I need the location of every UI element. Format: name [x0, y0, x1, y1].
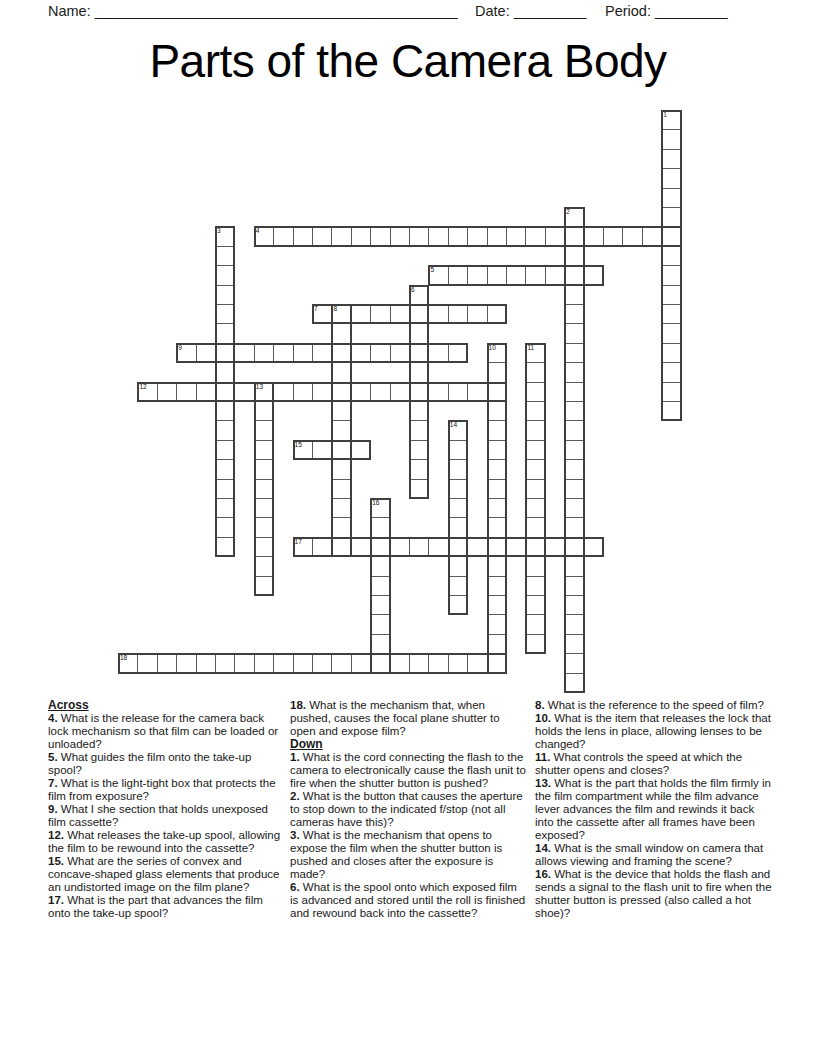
grid-cell[interactable] — [409, 459, 429, 479]
grid-cell[interactable] — [448, 459, 468, 479]
grid-cell[interactable] — [215, 401, 235, 421]
grid-cell[interactable] — [448, 556, 468, 576]
clue-item-13: 13. What is the part that holds the film… — [535, 777, 773, 842]
grid-cell[interactable] — [564, 362, 584, 382]
crossword-grid: 123456789101112131415161718 — [118, 110, 682, 693]
grid-cell[interactable] — [196, 382, 216, 402]
grid-cell[interactable] — [525, 362, 545, 382]
clue-item-3: 3. What is the mechanism that opens to e… — [290, 829, 527, 881]
grid-cell[interactable] — [331, 323, 351, 343]
grid-cell[interactable] — [370, 343, 390, 363]
name-label: Name: — [48, 3, 91, 19]
grid-cell[interactable] — [351, 226, 371, 246]
clue-item-number: 1. — [290, 751, 303, 763]
grid-cell[interactable] — [370, 614, 390, 634]
grid-cell[interactable] — [487, 304, 507, 324]
grid-cell[interactable] — [448, 537, 468, 557]
grid-cell[interactable] — [564, 246, 584, 266]
grid-cell[interactable] — [525, 401, 545, 421]
grid-cell[interactable] — [370, 595, 390, 615]
clue-item-number: 9. — [48, 803, 61, 815]
grid-cell[interactable] — [390, 653, 410, 673]
worksheet-page: Name: __________________________________… — [0, 0, 816, 1056]
grid-cell[interactable] — [564, 459, 584, 479]
grid-cell[interactable] — [487, 362, 507, 382]
grid-cell[interactable] — [293, 440, 313, 460]
clue-section-header-down: Down — [290, 738, 527, 751]
grid-cell[interactable] — [331, 226, 351, 246]
grid-cell[interactable] — [370, 226, 390, 246]
grid-cell[interactable] — [661, 304, 681, 324]
grid-cell[interactable] — [234, 653, 254, 673]
grid-cell[interactable] — [584, 226, 604, 246]
grid-cell[interactable] — [448, 479, 468, 499]
grid-cell[interactable] — [564, 382, 584, 402]
grid-cell[interactable] — [525, 459, 545, 479]
grid-cell[interactable] — [273, 382, 293, 402]
grid-cell[interactable] — [137, 653, 157, 673]
grid-cell[interactable] — [525, 595, 545, 615]
grid-cell[interactable] — [564, 401, 584, 421]
grid-cell[interactable] — [331, 382, 351, 402]
grid-cell[interactable] — [661, 207, 681, 227]
clue-item-12: 12. What releases the take-up spool, all… — [48, 829, 285, 855]
grid-cell[interactable] — [564, 498, 584, 518]
grid-cell[interactable] — [564, 479, 584, 499]
grid-cell[interactable] — [564, 673, 584, 693]
grid-cell[interactable] — [409, 362, 429, 382]
grid-cell[interactable] — [564, 653, 584, 673]
grid-cell[interactable] — [331, 479, 351, 499]
grid-cell[interactable] — [254, 653, 274, 673]
clue-item-11: 11. What controls the speed at which the… — [535, 751, 773, 777]
grid-cell[interactable] — [254, 420, 274, 440]
grid-cell[interactable] — [331, 401, 351, 421]
grid-cell[interactable] — [661, 129, 681, 149]
grid-cell[interactable] — [487, 479, 507, 499]
grid-cell[interactable] — [409, 323, 429, 343]
clue-item-number: 13. — [535, 777, 554, 789]
grid-cell[interactable] — [176, 382, 196, 402]
grid-cell[interactable] — [487, 498, 507, 518]
grid-cell[interactable] — [331, 362, 351, 382]
period-field: Period: _________ — [605, 3, 728, 19]
clue-item-18: 18. What is the mechanism that, when pus… — [290, 699, 527, 738]
clue-item-number: 7. — [48, 777, 61, 789]
date-label: Date: — [475, 3, 510, 19]
grid-cell[interactable] — [584, 537, 604, 557]
grid-cell[interactable] — [661, 265, 681, 285]
grid-cell[interactable] — [487, 265, 507, 285]
grid-cell[interactable] — [428, 304, 448, 324]
grid-cell[interactable] — [564, 343, 584, 363]
grid-cell[interactable] — [487, 343, 507, 363]
clue-item-number: 12. — [48, 829, 67, 841]
grid-cell[interactable] — [525, 226, 545, 246]
clue-item-16: 16. What is the device that holds the fl… — [535, 868, 773, 920]
clue-item-5: 5. What guides the film onto the take-up… — [48, 751, 285, 777]
grid-cell[interactable] — [448, 265, 468, 285]
grid-cell[interactable] — [448, 440, 468, 460]
grid-cell[interactable] — [448, 304, 468, 324]
grid-cell[interactable] — [448, 595, 468, 615]
grid-cell[interactable] — [254, 479, 274, 499]
grid-cell[interactable] — [487, 226, 507, 246]
grid-cell[interactable] — [506, 537, 526, 557]
grid-cell[interactable] — [254, 576, 274, 596]
grid-cell[interactable] — [564, 226, 584, 246]
grid-cell[interactable] — [448, 343, 468, 363]
grid-cell[interactable] — [273, 343, 293, 363]
grid-cell[interactable] — [215, 420, 235, 440]
grid-cell[interactable] — [331, 537, 351, 557]
grid-cell[interactable] — [196, 653, 216, 673]
grid-cell[interactable] — [525, 576, 545, 596]
grid-cell[interactable] — [487, 440, 507, 460]
grid-cell[interactable] — [370, 498, 390, 518]
grid-cell[interactable] — [564, 614, 584, 634]
grid-cell[interactable] — [215, 537, 235, 557]
grid-cell[interactable] — [215, 440, 235, 460]
grid-cell[interactable] — [661, 343, 681, 363]
grid-cell[interactable] — [525, 498, 545, 518]
grid-cell[interactable] — [215, 304, 235, 324]
clue-item-15: 15. What are the series of convex and co… — [48, 855, 285, 894]
grid-cell[interactable] — [176, 343, 196, 363]
grid-cell[interactable] — [273, 653, 293, 673]
grid-cell[interactable] — [409, 653, 429, 673]
grid-cell[interactable] — [331, 304, 351, 324]
grid-cell[interactable] — [428, 343, 448, 363]
grid-cell[interactable] — [525, 479, 545, 499]
grid-cell[interactable] — [157, 653, 177, 673]
grid-cell[interactable] — [487, 517, 507, 537]
grid-cell[interactable] — [487, 614, 507, 634]
clue-item-number: 11. — [535, 751, 554, 763]
grid-cell[interactable] — [642, 226, 662, 246]
period-label: Period: — [605, 3, 651, 19]
grid-cell[interactable] — [176, 653, 196, 673]
grid-cell[interactable] — [312, 343, 332, 363]
grid-cell[interactable] — [661, 382, 681, 402]
grid-cell[interactable] — [661, 226, 681, 246]
grid-cell[interactable] — [525, 440, 545, 460]
date-field: Date: _________ — [475, 3, 586, 19]
grid-cell[interactable] — [312, 440, 332, 460]
date-blank-line: _________ — [514, 3, 587, 19]
grid-cell[interactable] — [215, 479, 235, 499]
grid-cell[interactable] — [467, 304, 487, 324]
clue-item-2: 2. What is the button that causes the ap… — [290, 790, 527, 829]
clue-column-2: 18. What is the mechanism that, when pus… — [290, 699, 527, 920]
grid-cell[interactable] — [331, 343, 351, 363]
clue-item-number: 6. — [290, 881, 303, 893]
grid-cell[interactable] — [525, 343, 545, 363]
clue-item-number: 10. — [535, 712, 554, 724]
grid-cell[interactable] — [157, 382, 177, 402]
grid-cell[interactable] — [370, 576, 390, 596]
grid-cell[interactable] — [215, 498, 235, 518]
grid-cell[interactable] — [506, 226, 526, 246]
grid-cell[interactable] — [428, 537, 448, 557]
grid-cell[interactable] — [215, 653, 235, 673]
clue-item-number: 16. — [535, 868, 554, 880]
grid-cell[interactable] — [409, 537, 429, 557]
grid-cell[interactable] — [331, 420, 351, 440]
grid-cell[interactable] — [293, 343, 313, 363]
grid-cell[interactable] — [661, 246, 681, 266]
grid-cell[interactable] — [487, 595, 507, 615]
grid-cell[interactable] — [564, 517, 584, 537]
grid-cell[interactable] — [467, 226, 487, 246]
name-field: Name: __________________________________… — [48, 3, 458, 19]
grid-cell[interactable] — [661, 362, 681, 382]
grid-cell[interactable] — [409, 285, 429, 305]
grid-cell[interactable] — [351, 653, 371, 673]
grid-cell[interactable] — [487, 576, 507, 596]
grid-cell[interactable] — [525, 614, 545, 634]
grid-cell[interactable] — [234, 343, 254, 363]
grid-cell[interactable] — [312, 653, 332, 673]
grid-cell[interactable] — [331, 517, 351, 537]
grid-cell[interactable] — [564, 634, 584, 654]
page-title: Parts of the Camera Body — [0, 34, 816, 88]
grid-cell[interactable] — [390, 304, 410, 324]
grid-cell[interactable] — [254, 498, 274, 518]
grid-cell[interactable] — [564, 595, 584, 615]
grid-cell[interactable] — [331, 440, 351, 460]
grid-cell[interactable] — [137, 382, 157, 402]
grid-cell[interactable] — [254, 226, 274, 246]
grid-cell[interactable] — [331, 498, 351, 518]
grid-cell[interactable] — [487, 382, 507, 402]
grid-cell[interactable] — [370, 517, 390, 537]
grid-cell[interactable] — [448, 498, 468, 518]
grid-cell[interactable] — [254, 556, 274, 576]
grid-cell[interactable] — [525, 265, 545, 285]
grid-cell[interactable] — [564, 323, 584, 343]
grid-cell[interactable] — [293, 653, 313, 673]
grid-cell[interactable] — [293, 537, 313, 557]
grid-cell[interactable] — [487, 401, 507, 421]
clue-item-7: 7. What is the light-tight box that prot… — [48, 777, 285, 803]
grid-cell[interactable] — [564, 576, 584, 596]
grid-cell[interactable] — [428, 653, 448, 673]
grid-cell[interactable] — [409, 304, 429, 324]
clue-item-number: 8. — [535, 699, 548, 711]
grid-cell[interactable] — [564, 440, 584, 460]
grid-cell[interactable] — [409, 343, 429, 363]
grid-cell[interactable] — [215, 265, 235, 285]
grid-cell[interactable] — [409, 440, 429, 460]
period-blank-line: _________ — [655, 3, 728, 19]
clue-item-number: 14. — [535, 842, 554, 854]
grid-cell[interactable] — [525, 537, 545, 557]
grid-cell[interactable] — [467, 537, 487, 557]
grid-cell[interactable] — [196, 343, 216, 363]
clue-column-1: Across4. What is the release for the cam… — [48, 699, 285, 920]
grid-cell[interactable] — [428, 226, 448, 246]
grid-cell[interactable] — [234, 382, 254, 402]
grid-cell[interactable] — [661, 110, 681, 130]
grid-cell[interactable] — [487, 459, 507, 479]
grid-cell[interactable] — [370, 537, 390, 557]
grid-cell[interactable] — [293, 226, 313, 246]
grid-cell[interactable] — [312, 382, 332, 402]
grid-cell[interactable] — [409, 382, 429, 402]
clue-item-number: 17. — [48, 894, 67, 906]
grid-cell[interactable] — [351, 343, 371, 363]
grid-cell[interactable] — [254, 440, 274, 460]
grid-cell[interactable] — [661, 188, 681, 208]
grid-cell[interactable] — [467, 653, 487, 673]
grid-cell[interactable] — [487, 420, 507, 440]
clue-item-number: 5. — [48, 751, 61, 763]
grid-cell[interactable] — [545, 226, 565, 246]
grid-cell[interactable] — [603, 226, 623, 246]
grid-cell[interactable] — [525, 382, 545, 402]
grid-cell[interactable] — [312, 537, 332, 557]
grid-cell[interactable] — [254, 459, 274, 479]
grid-cell[interactable] — [448, 517, 468, 537]
clue-item-number: 4. — [48, 712, 61, 724]
clue-item-number: 3. — [290, 829, 303, 841]
grid-cell[interactable] — [448, 382, 468, 402]
grid-cell[interactable] — [370, 653, 390, 673]
grid-cell[interactable] — [351, 537, 371, 557]
grid-cell[interactable] — [564, 537, 584, 557]
grid-cell[interactable] — [254, 517, 274, 537]
grid-cell[interactable] — [448, 653, 468, 673]
grid-cell[interactable] — [370, 634, 390, 654]
grid-cell[interactable] — [545, 265, 565, 285]
grid-cell[interactable] — [370, 556, 390, 576]
grid-cell[interactable] — [487, 556, 507, 576]
grid-cell[interactable] — [409, 226, 429, 246]
clue-item-number: 15. — [48, 855, 67, 867]
clue-item-10: 10. What is the item that releases the l… — [535, 712, 773, 751]
grid-cell[interactable] — [467, 382, 487, 402]
grid-cell[interactable] — [584, 265, 604, 285]
grid-cell[interactable] — [215, 343, 235, 363]
grid-cell[interactable] — [390, 343, 410, 363]
grid-cell[interactable] — [215, 285, 235, 305]
grid-cell[interactable] — [273, 226, 293, 246]
grid-cell[interactable] — [564, 207, 584, 227]
grid-cell[interactable] — [428, 265, 448, 285]
grid-cell[interactable] — [351, 304, 371, 324]
grid-cell[interactable] — [564, 556, 584, 576]
grid-cell[interactable] — [409, 420, 429, 440]
grid-cell[interactable] — [525, 634, 545, 654]
grid-cell[interactable] — [254, 537, 274, 557]
clue-item-14: 14. What is the small window on camera t… — [535, 842, 773, 868]
grid-cell[interactable] — [390, 537, 410, 557]
grid-cell[interactable] — [622, 226, 642, 246]
grid-cell[interactable] — [215, 517, 235, 537]
grid-cell[interactable] — [390, 226, 410, 246]
grid-cell[interactable] — [661, 168, 681, 188]
grid-cell[interactable] — [215, 226, 235, 246]
grid-cell[interactable] — [448, 226, 468, 246]
clue-item-17: 17. What is the part that advances the f… — [48, 894, 285, 920]
grid-cell[interactable] — [506, 265, 526, 285]
grid-cell[interactable] — [564, 304, 584, 324]
clue-item-number: 2. — [290, 790, 303, 802]
grid-cell[interactable] — [351, 382, 371, 402]
grid-cell[interactable] — [293, 382, 313, 402]
grid-cell[interactable] — [525, 556, 545, 576]
clue-section-header-across: Across — [48, 699, 285, 712]
grid-cell[interactable] — [331, 653, 351, 673]
grid-cell[interactable] — [254, 343, 274, 363]
grid-cell[interactable] — [215, 323, 235, 343]
grid-cell[interactable] — [390, 382, 410, 402]
grid-cell[interactable] — [661, 323, 681, 343]
grid-cell[interactable] — [215, 362, 235, 382]
grid-cell[interactable] — [312, 304, 332, 324]
grid-cell[interactable] — [448, 420, 468, 440]
grid-cell[interactable] — [661, 149, 681, 169]
grid-cell[interactable] — [351, 440, 371, 460]
clue-item-6: 6. What is the spool onto which exposed … — [290, 881, 527, 920]
name-blank-line: ________________________________________… — [95, 3, 458, 19]
grid-cell[interactable] — [428, 382, 448, 402]
clue-item-8: 8. What is the reference to the speed of… — [535, 699, 773, 712]
grid-cell[interactable] — [370, 382, 390, 402]
grid-cell[interactable] — [312, 226, 332, 246]
grid-cell[interactable] — [215, 459, 235, 479]
grid-cell[interactable] — [215, 382, 235, 402]
clue-item-4: 4. What is the release for the camera ba… — [48, 712, 285, 751]
grid-cell[interactable] — [254, 401, 274, 421]
grid-cell[interactable] — [545, 537, 565, 557]
grid-cell[interactable] — [487, 634, 507, 654]
grid-cell[interactable] — [661, 401, 681, 421]
grid-cell[interactable] — [564, 420, 584, 440]
grid-cell[interactable] — [525, 420, 545, 440]
clue-item-9: 9. What I she section that holds unexpos… — [48, 803, 285, 829]
grid-cell[interactable] — [525, 517, 545, 537]
grid-cell[interactable] — [118, 653, 138, 673]
grid-cell[interactable] — [331, 459, 351, 479]
grid-cell[interactable] — [215, 246, 235, 266]
grid-cell[interactable] — [564, 285, 584, 305]
grid-cell[interactable] — [661, 285, 681, 305]
grid-cell[interactable] — [409, 401, 429, 421]
grid-cell[interactable] — [254, 382, 274, 402]
clue-item-1: 1. What is the cord connecting the flash… — [290, 751, 527, 790]
clue-column-3: 8. What is the reference to the speed of… — [535, 699, 773, 920]
grid-cell[interactable] — [448, 576, 468, 596]
clue-item-number: 18. — [290, 699, 309, 711]
grid-cell[interactable] — [487, 653, 507, 673]
grid-cell[interactable] — [370, 304, 390, 324]
grid-cell[interactable] — [564, 265, 584, 285]
grid-cell[interactable] — [487, 537, 507, 557]
grid-cell[interactable] — [409, 479, 429, 499]
grid-cell[interactable] — [467, 265, 487, 285]
